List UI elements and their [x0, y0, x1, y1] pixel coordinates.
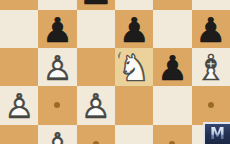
- square-r1-c2[interactable]: [77, 10, 115, 48]
- square-r0-c0[interactable]: [0, 0, 38, 10]
- white-bishop[interactable]: ♝♗: [192, 48, 230, 86]
- square-r0-c2[interactable]: ♟: [77, 0, 115, 10]
- piece-glyph-outline: ♙: [38, 126, 76, 144]
- piece-glyph: ♟: [192, 11, 230, 49]
- piece-glyph-outline: ♙: [77, 87, 115, 125]
- square-r3-c2[interactable]: ♟♙: [77, 86, 115, 124]
- square-r2-c4[interactable]: ♟: [153, 48, 191, 86]
- square-r0-c4[interactable]: [153, 0, 191, 10]
- square-r2-c3[interactable]: ♞♘: [115, 48, 153, 86]
- square-r3-c1[interactable]: [38, 86, 76, 124]
- square-r2-c0[interactable]: [0, 48, 38, 86]
- square-r2-c1[interactable]: ♟♙: [38, 48, 76, 86]
- white-pawn[interactable]: ♟♙: [38, 125, 76, 144]
- black-pawn[interactable]: ♟: [38, 10, 76, 48]
- m-logo-letter: M: [210, 127, 225, 142]
- square-r2-c2[interactable]: [77, 48, 115, 86]
- piece-glyph: ♟: [115, 11, 153, 49]
- square-r4-c0[interactable]: [0, 125, 38, 144]
- white-pawn[interactable]: ♟♙: [77, 86, 115, 124]
- square-r0-c1[interactable]: [38, 0, 76, 10]
- piece-glyph-outline: ♙: [0, 87, 38, 125]
- square-r3-c5[interactable]: [192, 86, 230, 124]
- black-pawn[interactable]: ♟: [115, 10, 153, 48]
- square-r3-c4[interactable]: [153, 86, 191, 124]
- square-r4-c3[interactable]: [115, 125, 153, 144]
- square-r1-c5[interactable]: ♟: [192, 10, 230, 48]
- piece-glyph-outline: ♙: [38, 49, 76, 87]
- square-r1-c3[interactable]: ♟: [115, 10, 153, 48]
- piece-glyph: ♟: [77, 0, 115, 10]
- board-grid: ♟♟♟♟♟♙♞♘♟♝♗♟♙♟♙♟♙: [0, 0, 230, 144]
- piece-glyph: ♟: [153, 49, 191, 87]
- square-r2-c5[interactable]: ♝♗: [192, 48, 230, 86]
- white-pawn[interactable]: ♟♙: [0, 86, 38, 124]
- black-pawn[interactable]: ♟: [153, 48, 191, 86]
- move-hint-dot[interactable]: [54, 102, 60, 108]
- square-r1-c4[interactable]: [153, 10, 191, 48]
- square-r3-c0[interactable]: ♟♙: [0, 86, 38, 124]
- move-hint-dot[interactable]: [208, 102, 214, 108]
- square-r0-c3[interactable]: [115, 0, 153, 10]
- m-logo-badge[interactable]: M: [203, 122, 230, 144]
- square-r1-c1[interactable]: ♟: [38, 10, 76, 48]
- square-r0-c5[interactable]: [192, 0, 230, 10]
- chess-board: ♟♟♟♟♟♙♞♘♟♝♗♟♙♟♙♟♙ M: [0, 0, 230, 144]
- move-hint-dot[interactable]: [93, 141, 99, 144]
- piece-glyph-outline: ♗: [192, 49, 230, 87]
- move-hint-dot[interactable]: [169, 141, 175, 144]
- black-pawn[interactable]: ♟: [192, 10, 230, 48]
- white-pawn[interactable]: ♟♙: [38, 48, 76, 86]
- square-r4-c1[interactable]: ♟♙: [38, 125, 76, 144]
- square-r4-c4[interactable]: [153, 125, 191, 144]
- square-r3-c3[interactable]: [115, 86, 153, 124]
- black-piece-partial[interactable]: ♟: [77, 0, 115, 10]
- square-r1-c0[interactable]: [0, 10, 38, 48]
- square-r4-c2[interactable]: [77, 125, 115, 144]
- piece-glyph: ♟: [38, 11, 76, 49]
